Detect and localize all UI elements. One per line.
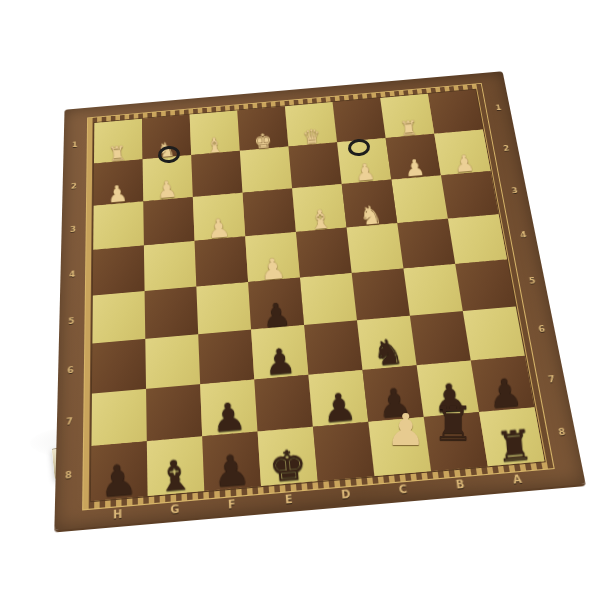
rank-labels-left: 12345678 (58, 124, 83, 504)
square-b4[interactable] (397, 219, 455, 269)
square-e2[interactable] (240, 146, 292, 192)
square-b5[interactable] (403, 264, 462, 316)
square-a1[interactable] (428, 90, 483, 134)
captured-pieces-area: ♟ ♜ (372, 396, 502, 476)
square-f7[interactable]: ♟ (200, 379, 257, 436)
square-d2[interactable] (288, 142, 341, 188)
file-label-g: G (147, 501, 204, 518)
square-c4[interactable] (347, 223, 404, 273)
square-a4[interactable] (448, 214, 507, 264)
square-f1[interactable]: ♝ (190, 110, 240, 155)
rank-label-7: 7 (537, 353, 566, 406)
black-pawn[interactable]: ♟ (261, 299, 292, 330)
black-pawn[interactable]: ♟ (211, 451, 252, 493)
board-frame: 12345678 12345678 ♜♞♝♚♛♜♟♟♟♟♟♟♝♞♟♟♟♞♟♟♟♟… (54, 71, 585, 530)
rank-label-4: 4 (63, 251, 82, 298)
square-e8[interactable]: ♚ (258, 427, 318, 486)
square-c3[interactable]: ♞ (342, 180, 398, 228)
rank-label-7: 7 (59, 395, 79, 449)
file-label-c: C (374, 481, 433, 498)
square-d3[interactable]: ♝ (292, 184, 346, 232)
square-f2[interactable] (191, 151, 242, 197)
square-a2[interactable]: ♟ (434, 129, 490, 175)
square-a3[interactable] (441, 171, 499, 219)
file-label-h: H (90, 506, 147, 523)
rank-label-8: 8 (547, 404, 577, 460)
rank-label-2: 2 (65, 164, 83, 208)
square-e1[interactable]: ♚ (237, 106, 288, 150)
captured-black-rook[interactable]: ♜ (432, 402, 474, 445)
rank-label-8: 8 (58, 447, 78, 504)
file-label-d: D (317, 486, 375, 503)
rank-label-5: 5 (62, 297, 81, 347)
rank-label-2: 2 (494, 127, 519, 170)
square-d7[interactable]: ♟ (308, 370, 368, 427)
square-e5[interactable]: ♟ (248, 277, 304, 329)
square-d8[interactable] (313, 422, 374, 481)
square-d4[interactable] (296, 227, 352, 277)
rank-label-3: 3 (64, 207, 82, 253)
square-f4[interactable] (195, 236, 249, 286)
square-g7[interactable] (146, 384, 202, 441)
file-label-b: B (431, 476, 490, 493)
square-h1[interactable]: ♜ (94, 119, 143, 164)
square-e7[interactable] (254, 375, 313, 432)
board-perspective-wrapper: 12345678 12345678 ♜♞♝♚♛♜♟♟♟♟♟♟♝♞♟♟♟♞♟♟♟♟… (54, 71, 585, 530)
captured-white-pawn[interactable]: ♟ (386, 410, 425, 450)
square-f5[interactable] (196, 282, 251, 334)
square-h5[interactable] (92, 291, 145, 343)
square-c1[interactable] (333, 98, 386, 142)
rank-label-6: 6 (528, 304, 556, 355)
square-f6[interactable] (198, 330, 254, 385)
square-c5[interactable] (352, 268, 410, 320)
square-h4[interactable] (93, 245, 145, 295)
black-pawn[interactable]: ♟ (98, 461, 139, 503)
square-h8[interactable]: ♟ (91, 441, 148, 501)
square-h3[interactable] (93, 201, 144, 249)
rank-label-4: 4 (510, 212, 537, 259)
square-g3[interactable] (143, 197, 194, 245)
rank-label-5: 5 (519, 257, 546, 306)
rank-label-3: 3 (502, 168, 528, 213)
black-bishop[interactable]: ♝ (154, 456, 195, 498)
square-f3[interactable]: ♟ (193, 193, 245, 241)
square-e6[interactable]: ♟ (251, 325, 308, 379)
white-pawn[interactable]: ♟ (259, 255, 287, 283)
black-king[interactable]: ♚ (268, 446, 309, 488)
square-f8[interactable]: ♟ (202, 431, 261, 491)
rank-label-1: 1 (66, 124, 83, 166)
square-h6[interactable] (92, 339, 146, 394)
square-c6[interactable]: ♞ (357, 316, 417, 370)
square-a6[interactable] (463, 306, 525, 360)
square-b2[interactable]: ♟ (386, 134, 441, 180)
file-label-e: E (261, 491, 319, 508)
square-g8[interactable]: ♝ (147, 436, 205, 496)
square-b3[interactable] (391, 175, 448, 223)
square-b1[interactable]: ♜ (380, 94, 434, 138)
square-h7[interactable] (91, 389, 146, 446)
square-a5[interactable] (455, 259, 516, 311)
square-e4[interactable]: ♟ (245, 232, 300, 282)
product-photo-scene: 12345678 12345678 ♜♞♝♚♛♜♟♟♟♟♟♟♝♞♟♟♟♞♟♟♟♟… (0, 0, 600, 600)
square-d1[interactable]: ♛ (285, 102, 337, 146)
file-label-f: F (204, 496, 262, 513)
rank-label-1: 1 (486, 87, 510, 128)
square-d5[interactable] (300, 273, 357, 325)
square-d6[interactable] (304, 320, 362, 374)
square-g6[interactable] (145, 334, 200, 389)
square-b6[interactable] (410, 311, 471, 365)
square-g5[interactable] (145, 286, 199, 338)
rank-label-6: 6 (61, 345, 80, 397)
square-e3[interactable] (242, 188, 295, 236)
square-h2[interactable]: ♟ (94, 159, 144, 205)
square-g4[interactable] (144, 241, 196, 291)
